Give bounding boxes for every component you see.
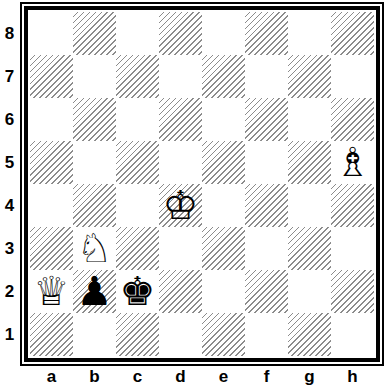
square-d7 [159,55,202,98]
square-f6 [245,98,288,141]
square-d6 [159,98,202,141]
square-c3 [116,227,159,270]
square-c8 [116,12,159,55]
square-f8 [245,12,288,55]
square-g4 [288,184,331,227]
board-outer-frame: ♗♔♘♕♟♚ [20,2,384,366]
square-g6 [288,98,331,141]
file-label-f: f [245,366,288,387]
square-b3: ♘ [73,227,116,270]
board-inner-frame: ♗♔♘♕♟♚ [24,6,380,362]
file-label-h: h [331,366,374,387]
square-c6 [116,98,159,141]
black-king-c2: ♚ [120,270,156,313]
square-g1 [288,313,331,356]
square-f3 [245,227,288,270]
square-h8 [331,12,374,55]
square-e6 [202,98,245,141]
square-g7 [288,55,331,98]
rank-label-8: 8 [0,12,19,55]
square-h1 [331,313,374,356]
square-f4 [245,184,288,227]
square-d8 [159,12,202,55]
square-g5 [288,141,331,184]
white-queen-a2: ♕ [34,270,70,313]
square-f2 [245,270,288,313]
square-a7 [30,55,73,98]
square-a2: ♕ [30,270,73,313]
square-f7 [245,55,288,98]
square-a6 [30,98,73,141]
square-h2 [331,270,374,313]
rank-label-3: 3 [0,227,19,270]
square-h3 [331,227,374,270]
square-h7 [331,55,374,98]
square-e3 [202,227,245,270]
square-a5 [30,141,73,184]
file-label-c: c [116,366,159,387]
file-label-b: b [73,366,116,387]
square-b4 [73,184,116,227]
square-b7 [73,55,116,98]
square-e1 [202,313,245,356]
square-d1 [159,313,202,356]
square-a4 [30,184,73,227]
square-f1 [245,313,288,356]
file-label-g: g [288,366,331,387]
square-h5: ♗ [331,141,374,184]
file-label-a: a [30,366,73,387]
square-e2 [202,270,245,313]
square-b2: ♟ [73,270,116,313]
rank-label-7: 7 [0,55,19,98]
rank-label-6: 6 [0,98,19,141]
file-label-e: e [202,366,245,387]
square-c2: ♚ [116,270,159,313]
square-e4 [202,184,245,227]
square-d2 [159,270,202,313]
square-a3 [30,227,73,270]
square-d5 [159,141,202,184]
square-c4 [116,184,159,227]
square-g2 [288,270,331,313]
square-c5 [116,141,159,184]
square-h4 [331,184,374,227]
square-e8 [202,12,245,55]
white-bishop-h5: ♗ [335,141,371,184]
white-knight-b3: ♘ [77,227,113,270]
rank-label-1: 1 [0,313,19,356]
square-h6 [331,98,374,141]
square-b8 [73,12,116,55]
square-d3 [159,227,202,270]
square-e5 [202,141,245,184]
square-f5 [245,141,288,184]
square-b6 [73,98,116,141]
square-b1 [73,313,116,356]
square-c1 [116,313,159,356]
square-g3 [288,227,331,270]
chess-board: ♗♔♘♕♟♚ [30,12,374,356]
rank-label-5: 5 [0,141,19,184]
square-g8 [288,12,331,55]
file-label-d: d [159,366,202,387]
square-e7 [202,55,245,98]
square-b5 [73,141,116,184]
rank-label-2: 2 [0,270,19,313]
chess-diagram: ♗♔♘♕♟♚ 87654321 abcdefgh [0,0,385,387]
black-pawn-b2: ♟ [77,270,113,313]
square-a1 [30,313,73,356]
square-c7 [116,55,159,98]
rank-label-4: 4 [0,184,19,227]
white-king-d4: ♔ [163,184,199,227]
square-a8 [30,12,73,55]
square-d4: ♔ [159,184,202,227]
